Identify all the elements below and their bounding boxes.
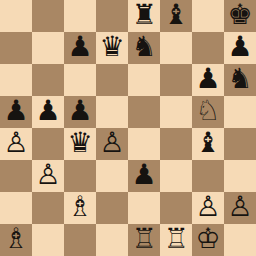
square-f7[interactable] (160, 32, 192, 64)
square-f4[interactable] (160, 128, 192, 160)
square-f5[interactable] (160, 96, 192, 128)
black-pawn: ♟ (67, 96, 92, 127)
square-c6[interactable] (64, 64, 96, 96)
square-f8[interactable]: ♝ (160, 0, 192, 32)
square-e7[interactable]: ♞ (128, 32, 160, 64)
square-c8[interactable] (64, 0, 96, 32)
square-h1[interactable] (224, 224, 256, 256)
square-d6[interactable] (96, 64, 128, 96)
square-a4[interactable]: ♙ (0, 128, 32, 160)
white-rook: ♖ (131, 224, 156, 255)
square-e8[interactable]: ♜ (128, 0, 160, 32)
square-c2[interactable]: ♗ (64, 192, 96, 224)
black-pawn: ♟ (131, 160, 156, 191)
square-h4[interactable] (224, 128, 256, 160)
square-b7[interactable] (32, 32, 64, 64)
square-b2[interactable] (32, 192, 64, 224)
square-g1[interactable]: ♔ (192, 224, 224, 256)
black-knight: ♞ (131, 32, 156, 63)
square-f6[interactable] (160, 64, 192, 96)
white-pawn: ♙ (35, 160, 60, 191)
square-e4[interactable] (128, 128, 160, 160)
square-a3[interactable] (0, 160, 32, 192)
square-h7[interactable]: ♟ (224, 32, 256, 64)
square-b5[interactable]: ♟ (32, 96, 64, 128)
square-g6[interactable]: ♟ (192, 64, 224, 96)
square-f1[interactable]: ♖ (160, 224, 192, 256)
black-pawn: ♟ (35, 96, 60, 127)
square-d7[interactable]: ♛ (96, 32, 128, 64)
black-queen: ♛ (99, 32, 124, 63)
square-g5[interactable]: ♘ (192, 96, 224, 128)
square-e5[interactable] (128, 96, 160, 128)
white-knight: ♘ (195, 96, 220, 127)
square-b1[interactable] (32, 224, 64, 256)
square-h3[interactable] (224, 160, 256, 192)
square-e2[interactable] (128, 192, 160, 224)
square-c7[interactable]: ♟ (64, 32, 96, 64)
square-e6[interactable] (128, 64, 160, 96)
square-g8[interactable] (192, 0, 224, 32)
square-g7[interactable] (192, 32, 224, 64)
square-d8[interactable] (96, 0, 128, 32)
black-king: ♚ (227, 0, 252, 31)
black-pawn: ♟ (3, 96, 28, 127)
black-knight: ♞ (227, 64, 252, 95)
chess-board: ♜♝♚♟♛♞♟♟♞♟♟♟♘♙♛♙♝♙♟♗♙♙♗♖♖♔ (0, 0, 256, 256)
square-e1[interactable]: ♖ (128, 224, 160, 256)
square-a5[interactable]: ♟ (0, 96, 32, 128)
square-c3[interactable] (64, 160, 96, 192)
white-king: ♔ (195, 224, 220, 255)
black-bishop: ♝ (195, 128, 220, 159)
square-a7[interactable] (0, 32, 32, 64)
square-d5[interactable] (96, 96, 128, 128)
black-queen: ♛ (67, 128, 92, 159)
square-h5[interactable] (224, 96, 256, 128)
square-a6[interactable] (0, 64, 32, 96)
white-pawn: ♙ (3, 128, 28, 159)
black-bishop: ♝ (163, 0, 188, 31)
square-d2[interactable] (96, 192, 128, 224)
white-pawn: ♙ (227, 192, 252, 223)
square-f3[interactable] (160, 160, 192, 192)
square-c1[interactable] (64, 224, 96, 256)
square-c5[interactable]: ♟ (64, 96, 96, 128)
square-h2[interactable]: ♙ (224, 192, 256, 224)
square-d3[interactable] (96, 160, 128, 192)
square-g2[interactable]: ♙ (192, 192, 224, 224)
square-h8[interactable]: ♚ (224, 0, 256, 32)
square-g4[interactable]: ♝ (192, 128, 224, 160)
black-rook: ♜ (131, 0, 156, 31)
square-f2[interactable] (160, 192, 192, 224)
black-pawn: ♟ (227, 32, 252, 63)
white-bishop: ♗ (3, 224, 28, 255)
black-pawn: ♟ (67, 32, 92, 63)
white-pawn: ♙ (99, 128, 124, 159)
square-g3[interactable] (192, 160, 224, 192)
square-b3[interactable]: ♙ (32, 160, 64, 192)
square-a8[interactable] (0, 0, 32, 32)
square-d4[interactable]: ♙ (96, 128, 128, 160)
square-e3[interactable]: ♟ (128, 160, 160, 192)
white-bishop: ♗ (67, 192, 92, 223)
white-pawn: ♙ (195, 192, 220, 223)
square-b6[interactable] (32, 64, 64, 96)
square-a2[interactable] (0, 192, 32, 224)
square-b8[interactable] (32, 0, 64, 32)
square-c4[interactable]: ♛ (64, 128, 96, 160)
square-d1[interactable] (96, 224, 128, 256)
square-h6[interactable]: ♞ (224, 64, 256, 96)
black-pawn: ♟ (195, 64, 220, 95)
white-rook: ♖ (163, 224, 188, 255)
square-a1[interactable]: ♗ (0, 224, 32, 256)
square-b4[interactable] (32, 128, 64, 160)
